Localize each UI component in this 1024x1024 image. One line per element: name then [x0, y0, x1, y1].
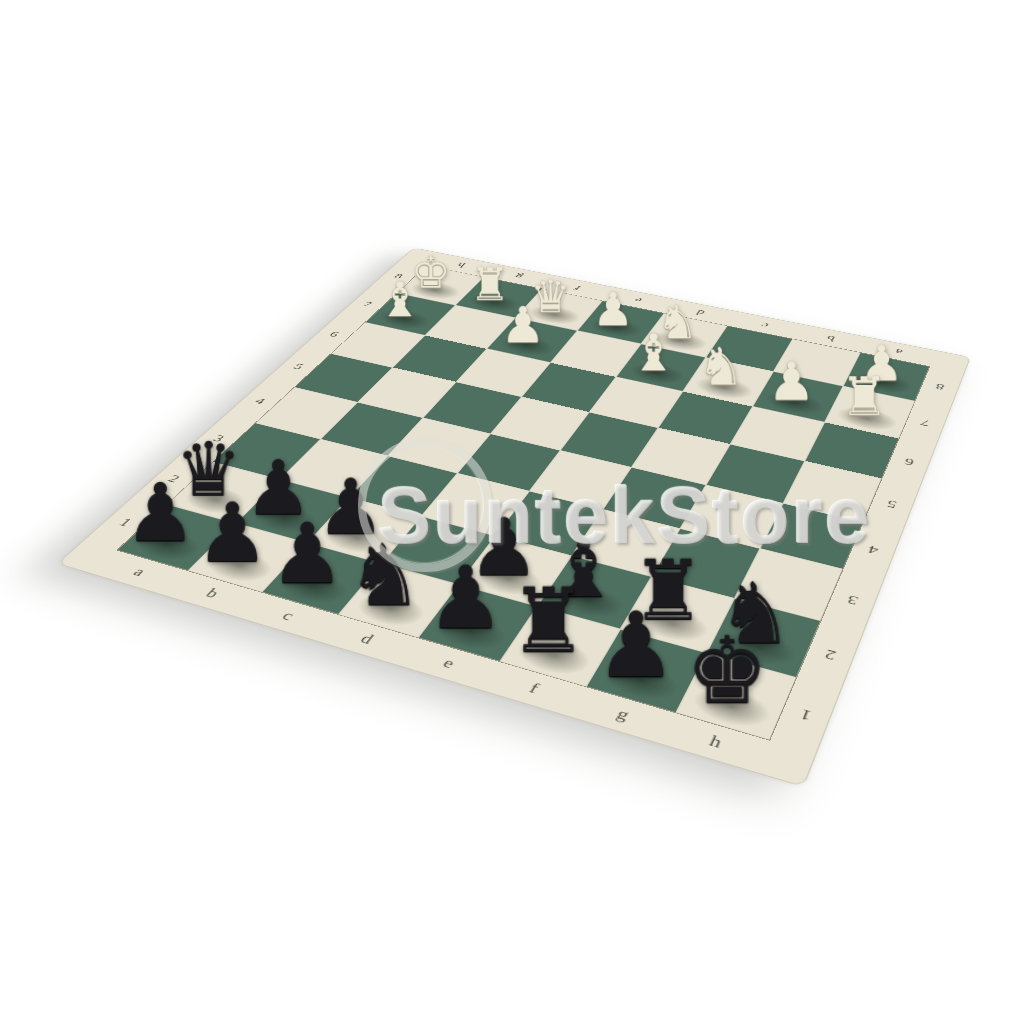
piece-white-knight-f7: ♞ [686, 341, 758, 393]
piece-black-pawn-g1: ♟ [589, 599, 683, 689]
piece-black-rook-f1: ♜ [503, 576, 595, 664]
piece-black-king-h1: ♚ [679, 624, 775, 716]
chess-board: abcdefgh abcdefgh 12345678 12345678 ♚♜♛♟… [57, 248, 971, 788]
piece-black-pawn-c1: ♟ [264, 511, 351, 594]
piece-black-knight-d1: ♞ [340, 532, 428, 617]
piece-white-pawn-c7: ♟ [489, 301, 557, 351]
piece-white-rook-h7: ♜ [828, 370, 902, 424]
piece-black-pawn-e1: ♟ [420, 554, 510, 641]
piece-white-pawn-g7: ♟ [756, 355, 829, 408]
piece-white-bishop-e7: ♝ [618, 327, 688, 378]
vinyl-mat: abcdefgh abcdefgh 12345678 12345678 ♚♜♛♟… [57, 248, 971, 788]
piece-black-pawn-b1: ♟ [190, 491, 275, 573]
product-photo: abcdefgh abcdefgh 12345678 12345678 ♚♜♛♟… [0, 0, 1024, 1024]
piece-white-bishop-a7: ♝ [367, 275, 433, 323]
rank-label-far-5: 5 [865, 479, 919, 531]
